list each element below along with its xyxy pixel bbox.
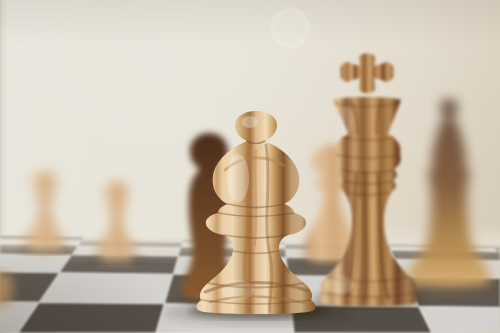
white-bishop-foreground [197,111,316,314]
board-square [0,271,59,302]
corner-shade [0,0,500,333]
chess-pieces [0,0,500,333]
board-square [0,301,39,333]
board-square [285,249,395,259]
bokeh-highlight [270,8,310,48]
board-square [0,254,72,273]
board-square [404,277,500,308]
board-square [288,276,419,307]
board-square [178,247,286,258]
board-square [395,259,500,279]
board-square [59,255,178,274]
board-square [285,244,391,250]
board-square [0,236,84,241]
board-square [0,239,82,246]
board-square [165,274,292,305]
board-square [389,246,498,252]
board-square [173,256,288,275]
horizon-haze [0,224,500,264]
white-pawn-far-left [25,171,65,252]
board-square [72,246,181,257]
white-pawn-left [97,181,136,261]
board-square [156,304,294,333]
board-square [18,302,165,333]
board-surface [0,236,500,333]
background-wall [0,0,500,333]
board-square [388,244,494,248]
dark-piece-right [407,99,491,289]
piece-shadows [19,245,491,325]
board-square [285,242,389,246]
board-square [183,240,285,245]
board-square [78,241,182,248]
board-square [391,250,500,260]
white-king [318,54,417,307]
dark-piece-behind-bishop [181,133,236,301]
board-square [291,305,432,333]
chess-photo [0,0,500,333]
photo-vignette [0,0,500,333]
board-square [181,242,285,248]
white-pawn-center [303,145,361,263]
board-square [0,244,78,255]
piece-left-edge [0,272,12,306]
board-square [286,258,404,278]
board-square [419,307,500,333]
chessboard [0,0,500,333]
board-square [82,238,184,243]
board-square [39,273,173,304]
